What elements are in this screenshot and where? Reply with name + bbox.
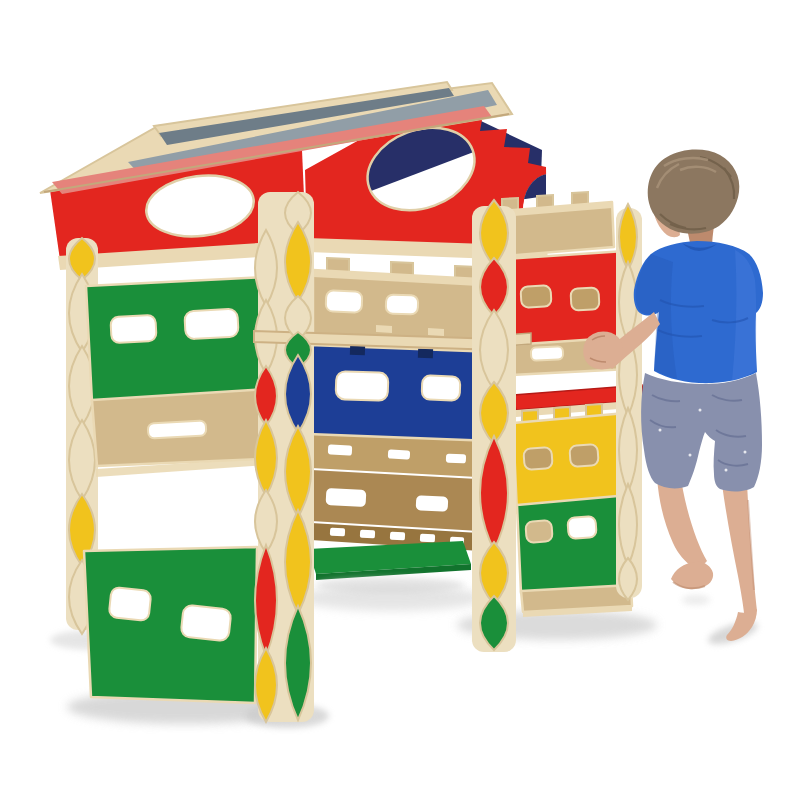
window-slot: [386, 294, 419, 314]
interior-slot: [390, 532, 405, 541]
left-base-green-panel: [84, 547, 257, 703]
interior-slot: [360, 530, 375, 539]
tower-green-panel: [517, 495, 631, 593]
window-slot: [567, 516, 596, 539]
window-slot: [525, 520, 552, 543]
shelf-tab: [428, 328, 444, 336]
foot-shadow: [682, 595, 710, 605]
notch: [418, 349, 433, 359]
window-slot: [110, 315, 156, 343]
shelf-tab: [376, 325, 392, 333]
window-slot: [570, 287, 599, 310]
interior: [308, 432, 496, 593]
interior-slot: [446, 453, 466, 463]
interior-slot: [420, 534, 435, 543]
window-slot: [326, 290, 363, 312]
interior-slot: [388, 449, 410, 459]
fist: [583, 332, 623, 370]
window-slot: [531, 346, 564, 361]
window-slot: [184, 309, 238, 340]
scene-illustration: [0, 0, 800, 800]
window-slot: [520, 285, 551, 308]
interior-slot: [328, 444, 352, 455]
window-slot: [109, 587, 152, 621]
window-slot: [336, 371, 389, 401]
window-slot: [422, 375, 461, 400]
window-slot: [569, 444, 598, 467]
window-slot: [180, 605, 231, 642]
floor-shadow: [315, 577, 465, 593]
product-photo: [0, 0, 800, 800]
notch: [350, 346, 365, 356]
window-slot: [523, 447, 552, 470]
interior-slot: [416, 495, 449, 512]
window-slot: [148, 420, 207, 438]
interior-slot: [326, 488, 367, 507]
interior-slot: [330, 528, 345, 537]
